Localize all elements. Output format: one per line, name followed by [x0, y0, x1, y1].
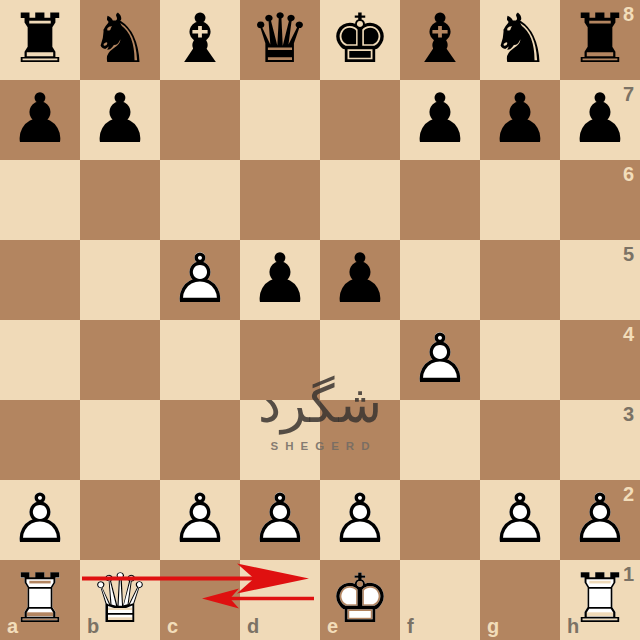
rank-label-6: 6 [623, 163, 634, 186]
square-g7: ♟ [480, 80, 560, 160]
black-bishop: ♝ [160, 0, 240, 80]
square-b3 [80, 400, 160, 480]
black-pawn: ♟ [320, 240, 400, 320]
square-g1: g [480, 560, 560, 640]
black-pawn: ♟ [400, 80, 480, 160]
white-pawn: ♟♙ [400, 320, 480, 400]
square-f2 [400, 480, 480, 560]
square-b5 [80, 240, 160, 320]
square-g5 [480, 240, 560, 320]
black-rook: ♜ [0, 0, 80, 80]
square-e4 [320, 320, 400, 400]
white-pawn: ♟♙ [0, 480, 80, 560]
square-h7: 7♟ [560, 80, 640, 160]
square-e7 [320, 80, 400, 160]
white-rook: ♜♖ [0, 560, 80, 640]
square-h2: 2♟♙ [560, 480, 640, 560]
square-h3: 3 [560, 400, 640, 480]
black-bishop: ♝ [400, 0, 480, 80]
black-knight: ♞ [80, 0, 160, 80]
square-e6 [320, 160, 400, 240]
square-h1: 1h♜♖ [560, 560, 640, 640]
square-b6 [80, 160, 160, 240]
white-pawn: ♟♙ [160, 480, 240, 560]
square-b4 [80, 320, 160, 400]
square-g2: ♟♙ [480, 480, 560, 560]
square-d4 [240, 320, 320, 400]
square-e2: ♟♙ [320, 480, 400, 560]
square-c3 [160, 400, 240, 480]
black-rook: ♜ [560, 0, 640, 80]
square-a3 [0, 400, 80, 480]
chess-board-grid: ♜♞♝♛♚♝♞8♜♟♟♟♟7♟6♟♙♟♟5♟♙43♟♙♟♙♟♙♟♙♟♙2♟♙a♜… [0, 0, 640, 640]
square-b8: ♞ [80, 0, 160, 80]
black-queen: ♛ [240, 0, 320, 80]
square-g3 [480, 400, 560, 480]
square-f5 [400, 240, 480, 320]
white-pawn: ♟♙ [240, 480, 320, 560]
square-c5: ♟♙ [160, 240, 240, 320]
white-queen: ♛♕ [80, 560, 160, 640]
square-c1: c [160, 560, 240, 640]
square-d7 [240, 80, 320, 160]
white-pawn: ♟♙ [320, 480, 400, 560]
black-knight: ♞ [480, 0, 560, 80]
white-king: ♚♔ [320, 560, 400, 640]
square-e3 [320, 400, 400, 480]
square-c2: ♟♙ [160, 480, 240, 560]
square-b2 [80, 480, 160, 560]
square-d5: ♟ [240, 240, 320, 320]
square-g6 [480, 160, 560, 240]
file-label-c: c [167, 615, 178, 638]
square-e1: e♚♔ [320, 560, 400, 640]
square-c7 [160, 80, 240, 160]
rank-label-3: 3 [623, 403, 634, 426]
square-h6: 6 [560, 160, 640, 240]
file-label-d: d [247, 615, 259, 638]
file-label-g: g [487, 615, 499, 638]
white-pawn: ♟♙ [480, 480, 560, 560]
white-pawn: ♟♙ [160, 240, 240, 320]
square-c4 [160, 320, 240, 400]
square-f1: f [400, 560, 480, 640]
black-pawn: ♟ [560, 80, 640, 160]
square-a2: ♟♙ [0, 480, 80, 560]
square-a8: ♜ [0, 0, 80, 80]
square-e5: ♟ [320, 240, 400, 320]
square-a1: a♜♖ [0, 560, 80, 640]
square-f3 [400, 400, 480, 480]
square-f4: ♟♙ [400, 320, 480, 400]
black-pawn: ♟ [240, 240, 320, 320]
black-pawn: ♟ [480, 80, 560, 160]
square-h5: 5 [560, 240, 640, 320]
black-pawn: ♟ [0, 80, 80, 160]
white-rook: ♜♖ [560, 560, 640, 640]
square-a5 [0, 240, 80, 320]
chess-diagram: ♜♞♝♛♚♝♞8♜♟♟♟♟7♟6♟♙♟♟5♟♙43♟♙♟♙♟♙♟♙♟♙2♟♙a♜… [0, 0, 640, 640]
square-a6 [0, 160, 80, 240]
rank-label-4: 4 [623, 323, 634, 346]
square-f6 [400, 160, 480, 240]
square-b7: ♟ [80, 80, 160, 160]
square-e8: ♚ [320, 0, 400, 80]
square-b1: b♛♕ [80, 560, 160, 640]
square-d2: ♟♙ [240, 480, 320, 560]
square-f7: ♟ [400, 80, 480, 160]
black-king: ♚ [320, 0, 400, 80]
rank-label-5: 5 [623, 243, 634, 266]
square-d3 [240, 400, 320, 480]
square-g8: ♞ [480, 0, 560, 80]
square-h8: 8♜ [560, 0, 640, 80]
square-h4: 4 [560, 320, 640, 400]
square-c8: ♝ [160, 0, 240, 80]
square-c6 [160, 160, 240, 240]
square-a7: ♟ [0, 80, 80, 160]
square-d8: ♛ [240, 0, 320, 80]
white-pawn: ♟♙ [560, 480, 640, 560]
file-label-f: f [407, 615, 414, 638]
square-d6 [240, 160, 320, 240]
square-f8: ♝ [400, 0, 480, 80]
square-d1: d [240, 560, 320, 640]
black-pawn: ♟ [80, 80, 160, 160]
square-g4 [480, 320, 560, 400]
square-a4 [0, 320, 80, 400]
